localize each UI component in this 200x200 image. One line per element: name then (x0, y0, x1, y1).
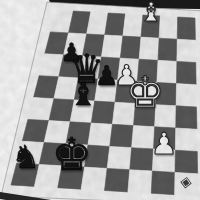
square-d8[interactable] (105, 13, 126, 36)
square-h3[interactable] (175, 128, 197, 151)
square-h2[interactable] (175, 150, 198, 174)
chessboard-photo: ♝♟♛♟♟♚♝♟♞♚ ◈ (0, 0, 200, 200)
square-c8[interactable] (87, 12, 109, 35)
square-h5[interactable] (176, 84, 196, 107)
piece-black-king-c1[interactable]: ♚ (52, 132, 92, 177)
square-g7[interactable] (158, 38, 177, 61)
square-h7[interactable] (177, 39, 196, 62)
square-g1[interactable] (151, 171, 175, 195)
piece-black-bishop-c4[interactable]: ♝ (69, 78, 98, 110)
square-f7[interactable] (139, 37, 159, 60)
piece-black-knight-a1[interactable]: ♞ (12, 141, 41, 173)
square-h4[interactable] (176, 106, 197, 129)
piece-white-pawn-g2[interactable]: ♟ (151, 129, 178, 159)
square-e7[interactable] (120, 36, 141, 59)
square-e3[interactable] (110, 124, 134, 147)
square-e2[interactable] (107, 146, 132, 169)
square-h6[interactable] (177, 61, 197, 84)
piece-white-king-f4[interactable]: ♚ (126, 71, 165, 114)
piece-white-bishop-f8[interactable]: ♝ (139, 0, 162, 25)
square-h1[interactable] (175, 172, 198, 196)
square-f1[interactable] (128, 170, 153, 193)
square-h8[interactable] (177, 17, 195, 40)
square-e1[interactable] (105, 168, 130, 191)
